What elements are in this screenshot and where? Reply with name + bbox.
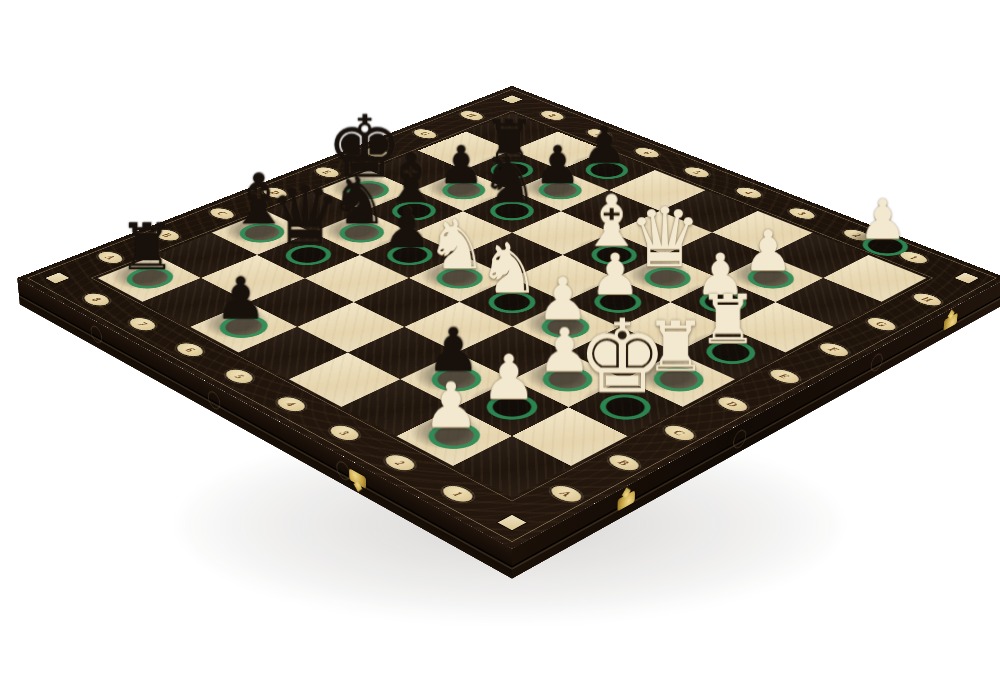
white-pawn-glyph: ♟ (589, 246, 640, 303)
file-label-H: H (907, 290, 947, 308)
rank-label-6: 6 (171, 340, 210, 359)
file-label-B: B (602, 451, 646, 474)
rank-label-2: 2 (379, 451, 422, 474)
file-label-A: A (543, 482, 588, 505)
rank-label-1: 1 (895, 249, 934, 266)
brass-clasp[interactable] (943, 313, 957, 331)
rank-label-3: 3 (324, 422, 366, 444)
black-knight-glyph: ♞ (480, 148, 538, 213)
perspective-scene: 87654321♟ 87654321 HGFEDCBA HGFEDCBA ♟♜♟… (0, 0, 1000, 700)
playing-area: ♟♜♟♟♟♞♝♛♟♚♝♟♜♞♟♞♞♟♜♝♛♟♚♟♟♜♟♟ (98, 113, 927, 497)
white-pawn-glyph: ♟ (858, 192, 907, 247)
black-pawn-glyph: ♟ (534, 139, 581, 191)
black-rook-glyph: ♜ (118, 215, 175, 279)
file-label-G: G (861, 315, 901, 334)
file-label-F: F (813, 340, 854, 359)
white-pawn-glyph: ♟ (743, 223, 793, 279)
file-label-E: E (763, 366, 805, 386)
rank-label-4: 4 (731, 185, 767, 200)
black-queen-glyph: ♛ (269, 175, 341, 256)
white-pawn-glyph: ♟ (423, 375, 479, 438)
file-label-D: D (711, 394, 753, 415)
file-label-C: C (658, 422, 701, 444)
board-frame: 87654321♟ 87654321 HGFEDCBA HGFEDCBA ♟♜♟… (17, 86, 1000, 549)
rank-label-4: 4 (271, 394, 312, 415)
black-pawn-glyph: ♟ (383, 201, 432, 256)
white-king-glyph: ♚ (577, 308, 668, 409)
rank-label-6: 6 (630, 146, 665, 160)
rank-label-7: 7 (124, 315, 163, 334)
rank-label-5: 5 (680, 165, 716, 180)
rank-label-8: 8 (78, 290, 116, 308)
rank-label-5: 5 (220, 366, 260, 386)
white-knight-glyph: ♞ (478, 234, 540, 303)
black-pawn-glyph: ♟ (582, 120, 628, 171)
photo-stage: 87654321♟ 87654321 HGFEDCBA HGFEDCBA ♟♜♟… (0, 0, 1000, 700)
square-c1[interactable]: ♚ (569, 379, 683, 436)
chess-board: 87654321♟ 87654321 HGFEDCBA HGFEDCBA ♟♜♟… (17, 86, 1000, 549)
brass-clasp[interactable] (617, 490, 635, 511)
white-pawn-glyph: ♟ (481, 347, 536, 409)
white-rook-glyph: ♜ (698, 286, 759, 354)
black-pawn-glyph: ♟ (214, 270, 266, 328)
brass-clasp[interactable] (349, 468, 366, 489)
rank-label-8: 8 (536, 109, 570, 122)
black-pawn-glyph: ♟ (437, 139, 484, 191)
rank-label-1: 1 (436, 482, 480, 505)
